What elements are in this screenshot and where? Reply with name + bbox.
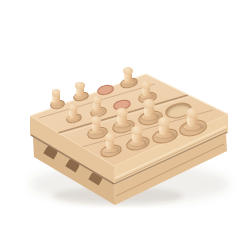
product-photo-stage (0, 0, 250, 250)
peg-knob-icon (131, 126, 142, 135)
peg-r4c1[interactable] (92, 110, 128, 154)
cylinder-board (0, 0, 250, 250)
peg-knob-icon (158, 117, 170, 127)
peg-knob-icon (68, 104, 77, 112)
